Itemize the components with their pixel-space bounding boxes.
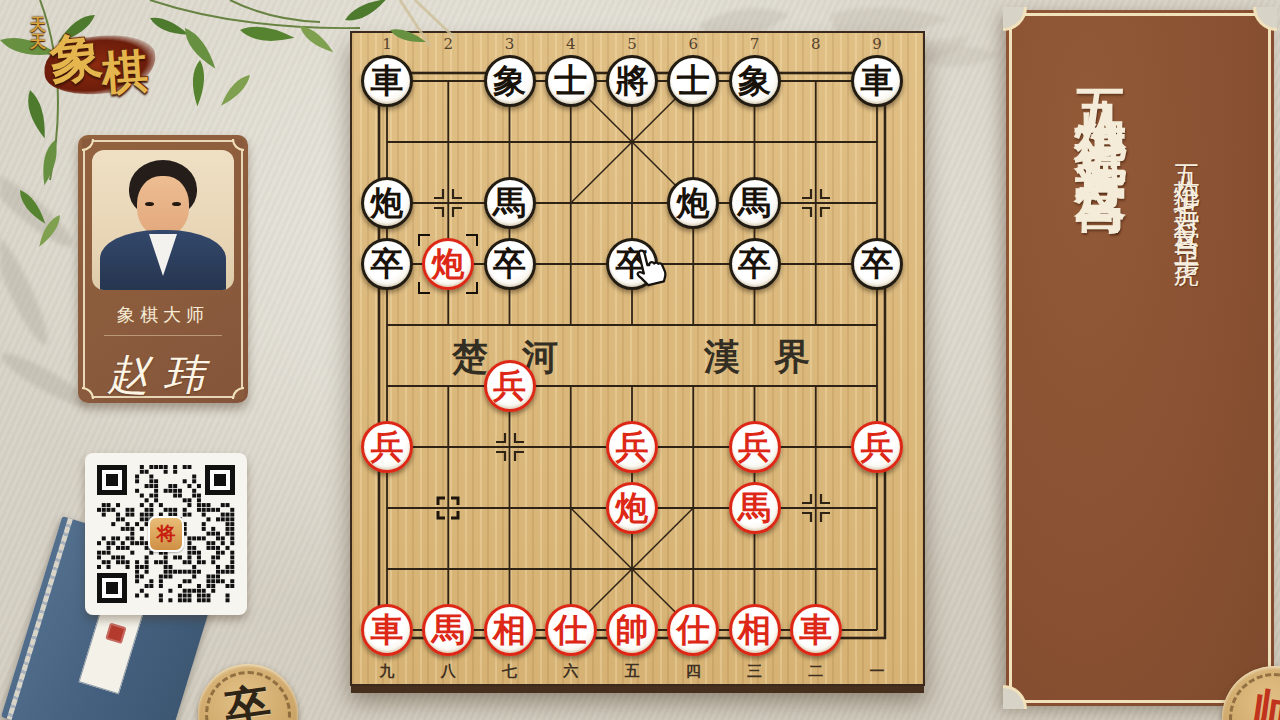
piece-red-兵-f1r6[interactable]: 兵: [361, 421, 413, 473]
wooden-piece-coin-zu: 卒: [198, 664, 298, 720]
piece-black-車-f1r0[interactable]: 車: [361, 55, 413, 107]
piece-red-兵-f9r6[interactable]: 兵: [851, 421, 903, 473]
piece-red-馬-f2r9[interactable]: 馬: [422, 604, 474, 656]
piece-red-兵-f7r6[interactable]: 兵: [729, 421, 781, 473]
qr-code-card: 将: [85, 453, 247, 615]
file-label-top: 8: [811, 35, 821, 53]
piece-black-卒-f9r3[interactable]: 卒: [851, 238, 903, 290]
logo-prefix-char: 天: [30, 16, 46, 33]
file-label-top: 3: [505, 35, 515, 53]
piece-red-仕-f4r9[interactable]: 仕: [545, 604, 597, 656]
hand-cursor-icon: [630, 245, 670, 287]
app-logo: 天 天 象 棋: [20, 8, 170, 108]
cross-marker: [431, 186, 465, 220]
opening-subtitle: 五八炮进七兵对反宫马三步虎: [1170, 144, 1205, 248]
logo-prefix-char: 天: [30, 33, 46, 50]
piece-red-兵-f3r5[interactable]: 兵: [484, 360, 536, 412]
file-label-top: 1: [382, 35, 392, 53]
piece-red-帥-f5r9[interactable]: 帥: [606, 604, 658, 656]
file-label-bottom: 二: [808, 662, 823, 680]
qr-app-icon: 将: [148, 516, 184, 552]
coin-char-zu: 卒: [221, 675, 275, 720]
file-label-bottom: 七: [501, 662, 517, 680]
qr-app-icon-char: 将: [157, 521, 176, 547]
piece-red-馬-f7r7[interactable]: 馬: [729, 482, 781, 534]
coin-char-shuai: 帅: [1247, 679, 1280, 720]
piece-black-卒-f1r3[interactable]: 卒: [361, 238, 413, 290]
master-name: 赵玮: [78, 347, 248, 403]
file-label-bottom: 八: [440, 662, 457, 680]
piece-black-士-f4r0[interactable]: 士: [545, 55, 597, 107]
piece-red-炮-f5r7[interactable]: 炮: [606, 482, 658, 534]
master-card: 象棋大师 赵玮: [78, 135, 248, 403]
piece-black-士-f6r0[interactable]: 士: [667, 55, 719, 107]
xiangqi-board[interactable]: 楚河 漢界 123456789 九八七六五四三二一 車象士將士象車炮馬炮馬卒炮卒…: [350, 31, 925, 686]
file-label-top: 2: [443, 35, 453, 53]
file-label-bottom: 六: [562, 662, 578, 680]
file-label-bottom: 三: [747, 662, 762, 680]
piece-red-車-f1r9[interactable]: 車: [361, 604, 413, 656]
piece-black-卒-f3r3[interactable]: 卒: [484, 238, 536, 290]
piece-black-將-f5r0[interactable]: 將: [606, 55, 658, 107]
file-label-top: 9: [872, 35, 882, 53]
master-role-label: 象棋大师: [78, 303, 248, 327]
opening-title-panel: 五八炮进七兵对反宫马 五八炮进七兵对反宫马三步虎: [1006, 10, 1274, 706]
piece-black-象-f7r0[interactable]: 象: [729, 55, 781, 107]
piece-red-相-f3r9[interactable]: 相: [484, 604, 536, 656]
piece-red-炮-f2r3[interactable]: 炮: [422, 238, 474, 290]
from-marker: [434, 494, 462, 522]
logo-title-char-1: 象: [46, 21, 105, 96]
file-label-bottom: 四: [686, 662, 701, 680]
cross-marker: [493, 430, 527, 464]
file-label-top: 6: [688, 35, 698, 53]
panel-border: [1009, 13, 1271, 703]
piece-red-兵-f5r6[interactable]: 兵: [606, 421, 658, 473]
piece-red-車-f8r9[interactable]: 車: [790, 604, 842, 656]
master-portrait: [92, 150, 234, 290]
piece-red-相-f7r9[interactable]: 相: [729, 604, 781, 656]
file-label-bottom: 九: [379, 662, 395, 680]
board-grid: 楚河 漢界 123456789 九八七六五四三二一: [352, 33, 923, 684]
piece-black-卒-f7r3[interactable]: 卒: [729, 238, 781, 290]
file-label-bottom: 一: [870, 662, 885, 680]
piece-black-炮-f6r2[interactable]: 炮: [667, 177, 719, 229]
file-label-bottom: 五: [625, 662, 640, 680]
logo-title-char-2: 棋: [100, 40, 150, 105]
piece-black-馬-f3r2[interactable]: 馬: [484, 177, 536, 229]
card-divider: [104, 335, 222, 336]
piece-black-炮-f1r2[interactable]: 炮: [361, 177, 413, 229]
piece-black-象-f3r0[interactable]: 象: [484, 55, 536, 107]
piece-black-車-f9r0[interactable]: 車: [851, 55, 903, 107]
cross-marker: [799, 186, 833, 220]
book-red-seal: [105, 623, 126, 644]
river-text-right: 漢界: [703, 335, 844, 377]
file-label-top: 4: [566, 35, 576, 53]
cross-marker: [799, 491, 833, 525]
piece-red-仕-f6r9[interactable]: 仕: [667, 604, 719, 656]
file-label-top: 5: [627, 35, 637, 53]
piece-black-馬-f7r2[interactable]: 馬: [729, 177, 781, 229]
opening-title: 五八炮进七兵对反宫马: [1066, 48, 1136, 158]
file-label-top: 7: [750, 35, 760, 53]
